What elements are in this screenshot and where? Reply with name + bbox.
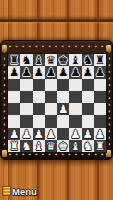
square-c5[interactable]	[33, 91, 45, 103]
square-g2[interactable]: ♟	[82, 128, 94, 140]
square-e3[interactable]	[57, 115, 69, 127]
frame-rivets-left	[3, 51, 6, 149]
square-a8[interactable]: ♜	[8, 54, 20, 66]
piece-black-bishop[interactable]: ♝	[70, 54, 80, 66]
square-f8[interactable]: ♝	[69, 54, 81, 66]
piece-black-pawn[interactable]: ♟	[95, 66, 105, 78]
piece-white-knight[interactable]: ♞	[82, 140, 92, 152]
square-h6[interactable]	[94, 79, 106, 91]
square-f4[interactable]	[69, 103, 81, 115]
chess-board-frame: ♜♞♝♛♚♝♞♜♟♟♟♟♟♟♟♟♟♟♟♟♟♟♟♟♜♞♝♛♚♝♞♜	[0, 40, 113, 160]
piece-white-pawn[interactable]: ♟	[82, 128, 92, 140]
square-g7[interactable]: ♟	[82, 66, 94, 78]
square-b3[interactable]	[20, 115, 32, 127]
square-a3[interactable]	[8, 115, 20, 127]
piece-white-pawn[interactable]: ♟	[58, 103, 68, 115]
square-c1[interactable]: ♝	[33, 140, 45, 152]
piece-white-pawn[interactable]: ♟	[21, 128, 31, 140]
piece-white-pawn[interactable]: ♟	[9, 128, 19, 140]
square-d6[interactable]	[45, 79, 57, 91]
square-a2[interactable]: ♟	[8, 128, 20, 140]
piece-white-king[interactable]: ♚	[58, 140, 68, 152]
square-c6[interactable]	[33, 79, 45, 91]
square-d5[interactable]	[45, 91, 57, 103]
square-c2[interactable]: ♟	[33, 128, 45, 140]
square-g1[interactable]: ♞	[82, 140, 94, 152]
piece-black-knight[interactable]: ♞	[21, 54, 31, 66]
piece-black-rook[interactable]: ♜	[95, 54, 105, 66]
piece-white-pawn[interactable]: ♟	[46, 128, 56, 140]
square-e7[interactable]: ♟	[57, 66, 69, 78]
square-e5[interactable]	[57, 91, 69, 103]
square-h8[interactable]: ♜	[94, 54, 106, 66]
menu-list-icon	[2, 186, 11, 196]
square-b5[interactable]	[20, 91, 32, 103]
square-h1[interactable]: ♜	[94, 140, 106, 152]
piece-black-knight[interactable]: ♞	[82, 54, 92, 66]
square-d7[interactable]: ♟	[45, 66, 57, 78]
piece-black-pawn[interactable]: ♟	[46, 66, 56, 78]
frame-rivets-bottom	[9, 153, 104, 156]
square-e8[interactable]: ♚	[57, 54, 69, 66]
square-f7[interactable]: ♟	[69, 66, 81, 78]
square-a7[interactable]: ♟	[8, 66, 20, 78]
piece-black-pawn[interactable]: ♟	[70, 66, 80, 78]
brass-hinge-top-right	[106, 45, 111, 52]
square-d3[interactable]	[45, 115, 57, 127]
square-f1[interactable]: ♝	[69, 140, 81, 152]
piece-black-pawn[interactable]: ♟	[82, 66, 92, 78]
square-f3[interactable]	[69, 115, 81, 127]
square-c3[interactable]	[33, 115, 45, 127]
piece-black-pawn[interactable]: ♟	[21, 66, 31, 78]
square-e6[interactable]	[57, 79, 69, 91]
frame-rivets-top	[9, 45, 104, 48]
square-e4[interactable]: ♟	[57, 103, 69, 115]
wood-plank-seam	[0, 15, 113, 24]
square-h4[interactable]	[94, 103, 106, 115]
piece-white-rook[interactable]: ♜	[9, 140, 19, 152]
square-a1[interactable]: ♜	[8, 140, 20, 152]
piece-white-rook[interactable]: ♜	[95, 140, 105, 152]
piece-black-queen[interactable]: ♛	[46, 54, 56, 66]
piece-white-knight[interactable]: ♞	[21, 140, 31, 152]
square-e1[interactable]: ♚	[57, 140, 69, 152]
square-d4[interactable]	[45, 103, 57, 115]
square-b8[interactable]: ♞	[20, 54, 32, 66]
square-g5[interactable]	[82, 91, 94, 103]
menu-button-label: Menu	[12, 186, 37, 197]
square-h5[interactable]	[94, 91, 106, 103]
frame-rivets-right	[108, 51, 111, 149]
piece-white-bishop[interactable]: ♝	[33, 140, 43, 152]
piece-white-pawn[interactable]: ♟	[33, 128, 43, 140]
square-e2[interactable]	[57, 128, 69, 140]
square-f2[interactable]: ♟	[69, 128, 81, 140]
square-f5[interactable]	[69, 91, 81, 103]
square-g8[interactable]: ♞	[82, 54, 94, 66]
square-b2[interactable]: ♟	[20, 128, 32, 140]
chess-board[interactable]: ♜♞♝♛♚♝♞♜♟♟♟♟♟♟♟♟♟♟♟♟♟♟♟♟♜♞♝♛♚♝♞♜	[7, 53, 107, 153]
square-a5[interactable]	[8, 91, 20, 103]
piece-black-bishop[interactable]: ♝	[33, 54, 43, 66]
brass-hinge-top-left	[2, 45, 7, 52]
piece-black-pawn[interactable]: ♟	[33, 66, 43, 78]
square-b6[interactable]	[20, 79, 32, 91]
square-h7[interactable]: ♟	[94, 66, 106, 78]
square-c8[interactable]: ♝	[33, 54, 45, 66]
square-b4[interactable]	[20, 103, 32, 115]
square-d1[interactable]: ♛	[45, 140, 57, 152]
square-f6[interactable]	[69, 79, 81, 91]
square-d8[interactable]: ♛	[45, 54, 57, 66]
square-d2[interactable]: ♟	[45, 128, 57, 140]
square-c4[interactable]	[33, 103, 45, 115]
menu-button[interactable]: Menu	[2, 185, 37, 197]
game-screen: ♜♞♝♛♚♝♞♜♟♟♟♟♟♟♟♟♟♟♟♟♟♟♟♟♜♞♝♛♚♝♞♜ Menu	[0, 0, 113, 200]
piece-black-pawn[interactable]: ♟	[9, 66, 19, 78]
square-h3[interactable]	[94, 115, 106, 127]
square-g4[interactable]	[82, 103, 94, 115]
piece-white-queen[interactable]: ♛	[46, 140, 56, 152]
square-a4[interactable]	[8, 103, 20, 115]
square-h2[interactable]: ♟	[94, 128, 106, 140]
square-g3[interactable]	[82, 115, 94, 127]
piece-white-pawn[interactable]: ♟	[70, 128, 80, 140]
square-c7[interactable]: ♟	[33, 66, 45, 78]
square-a6[interactable]	[8, 79, 20, 91]
square-b7[interactable]: ♟	[20, 66, 32, 78]
square-b1[interactable]: ♞	[20, 140, 32, 152]
piece-black-king[interactable]: ♚	[58, 54, 68, 66]
piece-white-pawn[interactable]: ♟	[95, 128, 105, 140]
piece-black-rook[interactable]: ♜	[9, 54, 19, 66]
piece-white-bishop[interactable]: ♝	[70, 140, 80, 152]
square-g6[interactable]	[82, 79, 94, 91]
piece-black-pawn[interactable]: ♟	[58, 66, 68, 78]
